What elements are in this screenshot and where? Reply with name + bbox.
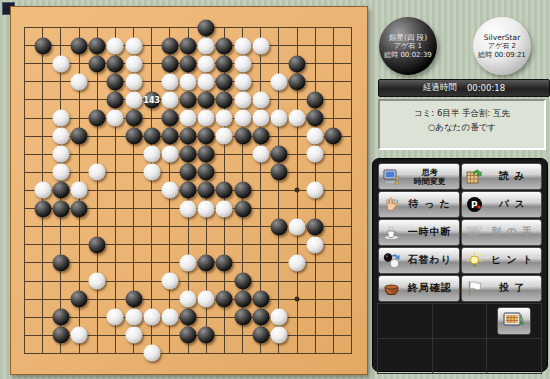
tray-cell — [486, 303, 542, 339]
game-info-box: コミ: 6目半 手合割: 互先 ○あなたの番です — [378, 99, 546, 150]
white-stone[interactable] — [289, 254, 306, 271]
black-stone[interactable] — [107, 91, 124, 108]
black-stone[interactable] — [234, 273, 251, 290]
black-stone[interactable] — [71, 291, 88, 308]
black-stone[interactable] — [52, 254, 69, 271]
white-stone[interactable] — [270, 327, 287, 344]
white-stone[interactable] — [198, 110, 215, 127]
white-stone[interactable] — [270, 309, 287, 326]
white-stone[interactable] — [270, 110, 287, 127]
black-stone[interactable] — [325, 128, 342, 145]
white-stone[interactable] — [125, 91, 142, 108]
black-stone[interactable] — [198, 182, 215, 199]
black-stone[interactable] — [180, 146, 197, 163]
white-player-name: SilverStar — [484, 33, 520, 42]
black-stone[interactable] — [289, 55, 306, 72]
black-stone[interactable] — [180, 309, 197, 326]
white-stone[interactable] — [180, 291, 197, 308]
black-stone[interactable] — [34, 200, 51, 217]
tray-cell — [486, 338, 542, 374]
hand-icon — [383, 196, 400, 213]
white-stone[interactable] — [180, 110, 197, 127]
tray-cell — [432, 338, 488, 374]
white-stone[interactable] — [52, 55, 69, 72]
black-stone[interactable] — [216, 182, 233, 199]
button-label: ヒ ン ト — [486, 255, 540, 266]
white-stone[interactable] — [161, 309, 178, 326]
swap-stones-button[interactable]: 石替わり — [378, 247, 460, 274]
think-time-button[interactable]: 思考 時間変更 — [378, 163, 460, 190]
black-stone[interactable] — [216, 254, 233, 271]
black-stone[interactable] — [71, 37, 88, 54]
white-stone[interactable] — [216, 110, 233, 127]
black-stone[interactable] — [270, 164, 287, 181]
button-label: 終局確認 — [403, 283, 457, 294]
black-stone[interactable] — [234, 291, 251, 308]
black-captures: アゲ石 1 — [394, 42, 422, 51]
button-label: 投 了 — [486, 283, 540, 294]
black-stone[interactable] — [216, 291, 233, 308]
white-stone[interactable] — [234, 73, 251, 90]
black-stone[interactable] — [234, 128, 251, 145]
white-stone[interactable] — [143, 146, 160, 163]
black-stone[interactable] — [161, 128, 178, 145]
black-stone[interactable] — [125, 291, 142, 308]
black-stone[interactable] — [180, 327, 197, 344]
black-stone[interactable] — [216, 37, 233, 54]
end-confirm-button[interactable]: 終局確認 — [378, 275, 460, 302]
white-stone[interactable] — [161, 73, 178, 90]
white-stone[interactable] — [107, 309, 124, 326]
white-stone[interactable] — [143, 309, 160, 326]
button-label: パ ス — [486, 199, 540, 210]
black-stone[interactable] — [234, 309, 251, 326]
black-stone[interactable] — [161, 37, 178, 54]
black-stone[interactable] — [89, 236, 106, 253]
black-stone[interactable] — [180, 182, 197, 199]
svg-text:P: P — [471, 200, 478, 210]
black-total-time: 総時 00:02:39 — [384, 51, 432, 60]
white-stone[interactable] — [143, 164, 160, 181]
white-stone[interactable] — [89, 273, 106, 290]
black-stone[interactable] — [143, 128, 160, 145]
black-stone[interactable] — [216, 91, 233, 108]
black-stone[interactable] — [125, 110, 142, 127]
black-stone[interactable] — [107, 55, 124, 72]
black-stone[interactable] — [52, 327, 69, 344]
black-stone[interactable] — [71, 200, 88, 217]
black-stone[interactable] — [234, 200, 251, 217]
white-stone[interactable] — [252, 91, 269, 108]
alt-move-button: 別 の 手 — [461, 219, 543, 246]
black-stone[interactable] — [52, 182, 69, 199]
white-stone[interactable] — [270, 73, 287, 90]
button-label: 思考 時間変更 — [403, 168, 457, 185]
black-stone[interactable] — [89, 110, 106, 127]
white-captures: アゲ石 2 — [488, 42, 516, 51]
pass-button[interactable]: Pパ ス — [461, 191, 543, 218]
black-stone[interactable] — [125, 128, 142, 145]
black-stone[interactable] — [270, 146, 287, 163]
board-arrow-icon — [466, 168, 483, 185]
black-stone[interactable] — [180, 37, 197, 54]
last-move-number: 143 — [143, 91, 160, 108]
white-stone[interactable] — [161, 146, 178, 163]
bowl-icon — [383, 280, 400, 297]
black-stone[interactable] — [307, 110, 324, 127]
white-stone[interactable] — [234, 91, 251, 108]
black-stone[interactable]: 143 — [143, 91, 160, 108]
button-grid: 思考 時間変更読 み待 っ たPパ ス一時中断別 の 手石替わりヒ ン ト終局確… — [378, 163, 542, 302]
white-stone[interactable] — [234, 110, 251, 127]
white-stone[interactable] — [198, 291, 215, 308]
white-stone[interactable] — [198, 55, 215, 72]
elapsed-time-bar: 経過時間 00:00:18 — [378, 79, 550, 97]
black-stone[interactable] — [307, 91, 324, 108]
elapsed-label: 経過時間 — [423, 82, 457, 94]
white-stone[interactable] — [107, 110, 124, 127]
white-stone[interactable] — [307, 146, 324, 163]
white-stone[interactable] — [71, 327, 88, 344]
white-stone[interactable] — [161, 91, 178, 108]
button-label: 別 の 手 — [486, 227, 540, 238]
white-stone[interactable] — [52, 146, 69, 163]
black-stone[interactable] — [252, 309, 269, 326]
black-stone[interactable] — [198, 146, 215, 163]
white-stone[interactable] — [125, 327, 142, 344]
white-stone[interactable] — [125, 37, 142, 54]
white-stone[interactable] — [289, 218, 306, 235]
white-stone[interactable] — [125, 73, 142, 90]
black-stone[interactable] — [89, 37, 106, 54]
bottom-tray — [378, 304, 542, 374]
black-stone[interactable] — [161, 55, 178, 72]
white-stone[interactable] — [180, 254, 197, 271]
black-stone[interactable] — [270, 218, 287, 235]
tray-cell — [377, 338, 433, 374]
black-stone[interactable] — [198, 128, 215, 145]
white-stone[interactable] — [234, 37, 251, 54]
black-stone[interactable] — [52, 200, 69, 217]
turn-indicator: ○あなたの番です — [380, 121, 544, 135]
monitor-hourglass-icon — [383, 168, 400, 185]
black-stone[interactable] — [180, 55, 197, 72]
resign-button[interactable]: 投 了 — [461, 275, 543, 302]
white-stone[interactable] — [125, 309, 142, 326]
button-label: 読 み — [486, 171, 540, 182]
mini-board-icon — [502, 311, 526, 331]
read-moves-button[interactable]: 読 み — [461, 163, 543, 190]
tray-cell — [432, 303, 488, 339]
button-label: 待 っ た — [403, 199, 457, 210]
black-stone[interactable] — [234, 182, 251, 199]
white-stone[interactable] — [180, 73, 197, 90]
white-stone[interactable] — [216, 128, 233, 145]
coffee-icon — [383, 224, 400, 241]
white-stone[interactable] — [52, 164, 69, 181]
white-stone[interactable] — [161, 273, 178, 290]
black-stone[interactable] — [198, 327, 215, 344]
button-label: 一時中断 — [403, 227, 457, 238]
white-stone[interactable] — [307, 182, 324, 199]
stones-icon — [383, 252, 400, 269]
white-stone[interactable] — [289, 110, 306, 127]
white-stone[interactable] — [52, 110, 69, 127]
white-stone[interactable] — [52, 128, 69, 145]
white-stone[interactable] — [252, 110, 269, 127]
white-stone[interactable] — [252, 37, 269, 54]
black-stone[interactable] — [252, 128, 269, 145]
go-board[interactable]: 143 — [10, 6, 368, 375]
black-stone[interactable] — [89, 55, 106, 72]
tray-cell — [377, 303, 433, 339]
black-stone[interactable] — [161, 110, 178, 127]
white-stone[interactable] — [216, 200, 233, 217]
black-player-name: 銀星(四 段) — [389, 33, 427, 42]
black-stone[interactable] — [198, 91, 215, 108]
black-stone[interactable] — [307, 218, 324, 235]
black-stone[interactable] — [180, 128, 197, 145]
undo-button[interactable]: 待 っ た — [378, 191, 460, 218]
black-stone[interactable] — [198, 19, 215, 36]
black-stone[interactable] — [180, 91, 197, 108]
star-point — [295, 188, 300, 193]
pass-icon: P — [466, 196, 483, 213]
black-stone[interactable] — [198, 254, 215, 271]
white-player-panel: SilverStar アゲ石 2 総時 00:09:21 — [473, 17, 531, 75]
black-stone[interactable] — [198, 164, 215, 181]
star-point — [295, 297, 300, 302]
black-stone[interactable] — [216, 73, 233, 90]
white-stone[interactable] — [198, 37, 215, 54]
bulb-icon — [466, 252, 483, 269]
white-stone[interactable] — [71, 73, 88, 90]
control-panel: 思考 時間変更読 み待 っ たPパ ス一時中断別 の 手石替わりヒ ン ト終局確… — [372, 158, 548, 372]
button-label: 石替わり — [403, 255, 457, 266]
black-stone[interactable] — [71, 128, 88, 145]
black-stone[interactable] — [180, 164, 197, 181]
pause-button[interactable]: 一時中断 — [378, 219, 460, 246]
white-stone[interactable] — [143, 345, 160, 362]
white-stone[interactable] — [107, 37, 124, 54]
white-stone[interactable] — [125, 55, 142, 72]
white-stone[interactable] — [198, 73, 215, 90]
rules-line: コミ: 6目半 手合割: 互先 — [380, 107, 544, 121]
white-stone[interactable] — [34, 182, 51, 199]
board-capture-button[interactable] — [497, 307, 531, 335]
white-stone[interactable] — [71, 182, 88, 199]
white-stone[interactable] — [180, 200, 197, 217]
black-stone[interactable] — [252, 291, 269, 308]
white-total-time: 総時 00:09:21 — [478, 51, 526, 60]
white-stone[interactable] — [307, 128, 324, 145]
white-stone[interactable] — [161, 182, 178, 199]
white-stone[interactable] — [234, 55, 251, 72]
white-stone[interactable] — [198, 200, 215, 217]
flag-icon — [466, 280, 483, 297]
black-player-panel: 銀星(四 段) アゲ石 1 総時 00:02:39 — [379, 17, 437, 75]
black-stone[interactable] — [34, 37, 51, 54]
black-stone[interactable] — [52, 309, 69, 326]
black-stone[interactable] — [289, 73, 306, 90]
white-stone[interactable] — [252, 146, 269, 163]
black-stone[interactable] — [252, 327, 269, 344]
hint-button[interactable]: ヒ ン ト — [461, 247, 543, 274]
white-stone[interactable] — [89, 164, 106, 181]
elapsed-value: 00:00:18 — [467, 83, 505, 93]
white-stone[interactable] — [307, 236, 324, 253]
monitor-gray-icon — [466, 224, 483, 241]
black-stone[interactable] — [107, 73, 124, 90]
app-window: 143 銀星(四 段) アゲ石 1 総時 00:02:39 SilverStar… — [0, 0, 550, 379]
black-stone[interactable] — [216, 55, 233, 72]
